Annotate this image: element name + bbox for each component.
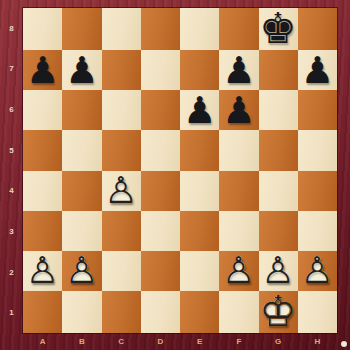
piece-white-king-g1[interactable]: ♚♔ (259, 291, 297, 333)
square-a7[interactable]: ♟ (23, 50, 62, 90)
square-d1[interactable] (141, 291, 180, 333)
square-g7[interactable] (259, 50, 298, 90)
white-pawn-glyph-outline: ♙ (105, 172, 138, 209)
square-c7[interactable] (102, 50, 141, 90)
chess-board: ♚♟♟♟♟♟♟♟♙♟♙♟♙♟♙♟♙♟♙♚♔ (23, 8, 337, 333)
file-label-B: B (62, 333, 101, 350)
piece-black-pawn-f7[interactable]: ♟ (222, 52, 255, 89)
square-h3[interactable] (298, 211, 337, 251)
square-f3[interactable] (219, 211, 258, 251)
piece-black-pawn-f6[interactable]: ♟ (222, 92, 255, 129)
white-pawn-glyph-outline: ♙ (301, 252, 334, 289)
square-a4[interactable] (23, 171, 62, 211)
piece-white-pawn-g2[interactable]: ♟♙ (262, 252, 295, 289)
file-label-A: A (23, 333, 62, 350)
piece-black-pawn-a7[interactable]: ♟ (26, 52, 59, 89)
square-b8[interactable] (62, 8, 101, 50)
square-g1[interactable]: ♚♔ (259, 291, 298, 333)
square-e7[interactable] (180, 50, 219, 90)
square-a5[interactable] (23, 130, 62, 170)
square-h1[interactable] (298, 291, 337, 333)
square-g8[interactable]: ♚ (259, 8, 298, 50)
square-e5[interactable] (180, 130, 219, 170)
square-d5[interactable] (141, 130, 180, 170)
chessboard-frame: ♚♟♟♟♟♟♟♟♙♟♙♟♙♟♙♟♙♟♙♚♔ 87654321 ABCDEFGH (0, 0, 350, 350)
piece-black-king-g8[interactable]: ♚ (259, 8, 297, 50)
square-c8[interactable] (102, 8, 141, 50)
square-e3[interactable] (180, 211, 219, 251)
square-d8[interactable] (141, 8, 180, 50)
file-label-D: D (141, 333, 180, 350)
file-label-E: E (180, 333, 219, 350)
square-h5[interactable] (298, 130, 337, 170)
piece-black-pawn-b7[interactable]: ♟ (65, 52, 98, 89)
piece-white-pawn-h2[interactable]: ♟♙ (301, 252, 334, 289)
square-d6[interactable] (141, 90, 180, 130)
white-pawn-glyph-outline: ♙ (222, 252, 255, 289)
file-label-H: H (298, 333, 337, 350)
piece-white-pawn-a2[interactable]: ♟♙ (26, 252, 59, 289)
square-b7[interactable]: ♟ (62, 50, 101, 90)
square-f5[interactable] (219, 130, 258, 170)
square-g4[interactable] (259, 171, 298, 211)
file-label-C: C (102, 333, 141, 350)
rank-label-5: 5 (0, 130, 23, 171)
white-pawn-glyph-outline: ♙ (26, 252, 59, 289)
piece-black-pawn-e6[interactable]: ♟ (183, 92, 216, 129)
square-e2[interactable] (180, 251, 219, 291)
white-pawn-glyph-outline: ♙ (65, 252, 98, 289)
square-e8[interactable] (180, 8, 219, 50)
square-c1[interactable] (102, 291, 141, 333)
square-g3[interactable] (259, 211, 298, 251)
square-h2[interactable]: ♟♙ (298, 251, 337, 291)
square-h4[interactable] (298, 171, 337, 211)
white-king-glyph-outline: ♔ (259, 291, 297, 333)
square-b2[interactable]: ♟♙ (62, 251, 101, 291)
square-b3[interactable] (62, 211, 101, 251)
rank-label-1: 1 (0, 292, 23, 333)
square-c3[interactable] (102, 211, 141, 251)
white-pawn-glyph-outline: ♙ (262, 252, 295, 289)
square-d4[interactable] (141, 171, 180, 211)
corner-dot (341, 341, 347, 347)
piece-white-pawn-b2[interactable]: ♟♙ (65, 252, 98, 289)
square-e4[interactable] (180, 171, 219, 211)
square-f1[interactable] (219, 291, 258, 333)
square-h6[interactable] (298, 90, 337, 130)
square-a6[interactable] (23, 90, 62, 130)
rank-label-3: 3 (0, 211, 23, 252)
square-b1[interactable] (62, 291, 101, 333)
piece-white-pawn-c4[interactable]: ♟♙ (105, 172, 138, 209)
square-c4[interactable]: ♟♙ (102, 171, 141, 211)
square-g6[interactable] (259, 90, 298, 130)
file-label-G: G (259, 333, 298, 350)
square-a2[interactable]: ♟♙ (23, 251, 62, 291)
square-f4[interactable] (219, 171, 258, 211)
file-label-F: F (219, 333, 258, 350)
piece-white-pawn-f2[interactable]: ♟♙ (222, 252, 255, 289)
square-b5[interactable] (62, 130, 101, 170)
square-a3[interactable] (23, 211, 62, 251)
piece-black-pawn-h7[interactable]: ♟ (301, 52, 334, 89)
square-b6[interactable] (62, 90, 101, 130)
square-d3[interactable] (141, 211, 180, 251)
square-a1[interactable] (23, 291, 62, 333)
square-f6[interactable]: ♟ (219, 90, 258, 130)
square-a8[interactable] (23, 8, 62, 50)
square-h7[interactable]: ♟ (298, 50, 337, 90)
square-c5[interactable] (102, 130, 141, 170)
rank-label-7: 7 (0, 49, 23, 90)
square-c2[interactable] (102, 251, 141, 291)
square-e1[interactable] (180, 291, 219, 333)
square-f7[interactable]: ♟ (219, 50, 258, 90)
square-d2[interactable] (141, 251, 180, 291)
rank-label-8: 8 (0, 8, 23, 49)
square-e6[interactable]: ♟ (180, 90, 219, 130)
rank-label-4: 4 (0, 171, 23, 212)
square-h8[interactable] (298, 8, 337, 50)
square-d7[interactable] (141, 50, 180, 90)
square-g5[interactable] (259, 130, 298, 170)
square-f8[interactable] (219, 8, 258, 50)
square-c6[interactable] (102, 90, 141, 130)
rank-label-6: 6 (0, 89, 23, 130)
square-g2[interactable]: ♟♙ (259, 251, 298, 291)
square-f2[interactable]: ♟♙ (219, 251, 258, 291)
rank-label-2: 2 (0, 252, 23, 293)
square-b4[interactable] (62, 171, 101, 211)
